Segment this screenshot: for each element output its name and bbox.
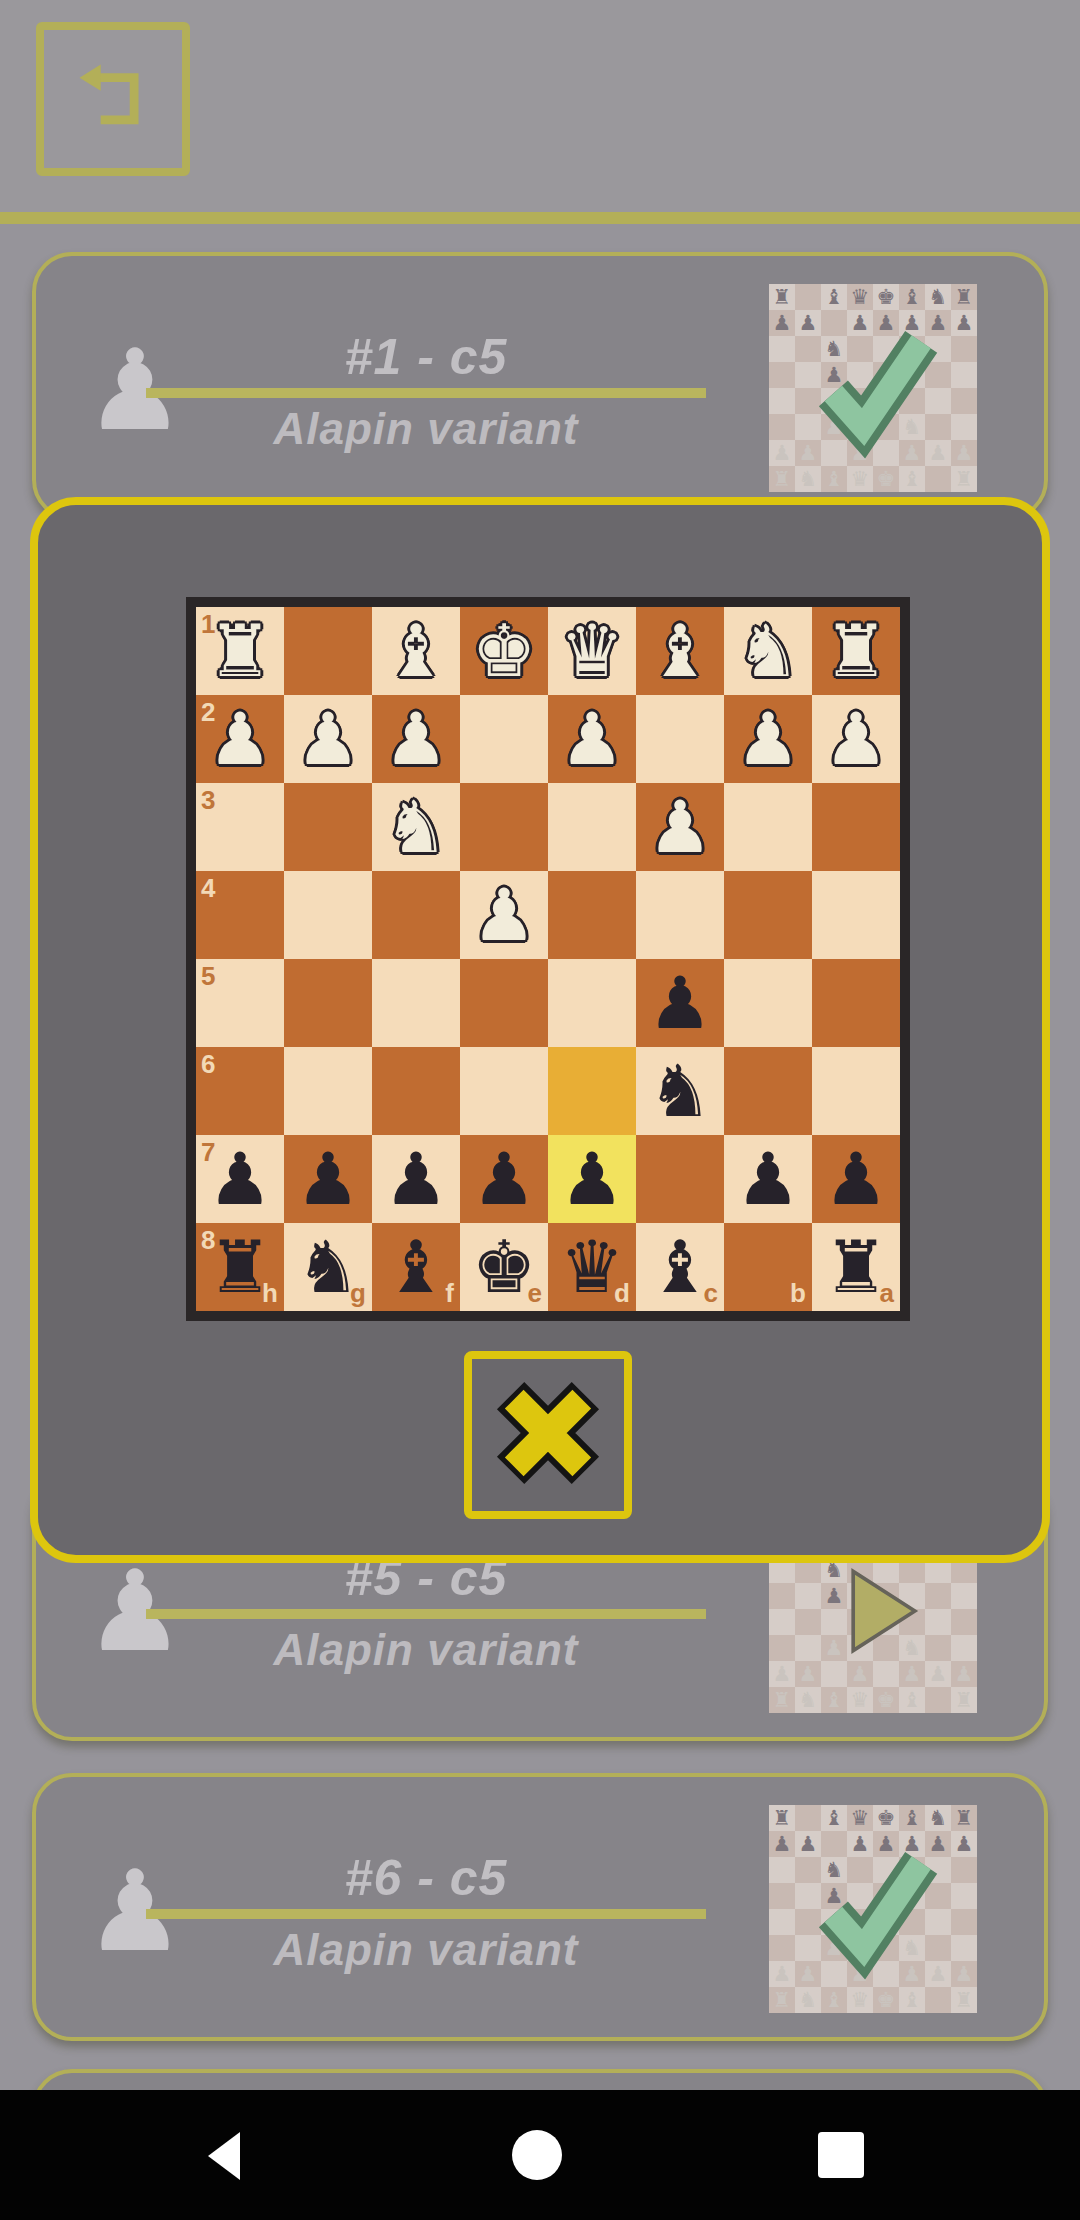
puzzle-title: #1 - c5 <box>126 328 726 386</box>
square-e2[interactable] <box>460 695 548 783</box>
square-c8[interactable]: c♝ <box>636 1223 724 1311</box>
back-button[interactable] <box>36 22 190 176</box>
square-a3[interactable] <box>812 783 900 871</box>
puzzle-subtitle: Alapin variant <box>126 1625 726 1675</box>
nav-back-icon[interactable] <box>204 2130 244 2182</box>
square-b7[interactable]: ♟ <box>724 1135 812 1223</box>
puzzle-list-item-1[interactable]: ♟ #1 - c5 Alapin variant ♜♝♛♚♝♞♜♟♟♟♟♟♟♟♞… <box>32 252 1048 520</box>
close-button[interactable] <box>464 1351 632 1519</box>
square-g7[interactable]: ♟ <box>284 1135 372 1223</box>
square-b1[interactable]: ♞ <box>724 607 812 695</box>
square-b2[interactable]: ♟ <box>724 695 812 783</box>
square-h5[interactable]: 5 <box>196 959 284 1047</box>
nav-recents-icon[interactable] <box>818 2132 864 2178</box>
square-a5[interactable] <box>812 959 900 1047</box>
title-underline <box>146 388 706 398</box>
square-h2[interactable]: 2♟ <box>196 695 284 783</box>
square-e8[interactable]: e♚ <box>460 1223 548 1311</box>
title-underline <box>146 1909 706 1919</box>
square-e5[interactable] <box>460 959 548 1047</box>
square-g5[interactable] <box>284 959 372 1047</box>
puzzle-list-item-6[interactable]: ♟ #6 - c5 Alapin variant ♜♝♛♚♝♞♜♟♟♟♟♟♟♟♞… <box>32 1773 1048 2041</box>
square-g8[interactable]: g♞ <box>284 1223 372 1311</box>
position-thumbnail: ♜♝♛♚♝♞♜♟♟♟♟♟♟♟♞♟♟♟♞♟♟♟♟♟♟♜♞♝♛♚♝♜ <box>769 284 977 492</box>
square-c2[interactable] <box>636 695 724 783</box>
square-d8[interactable]: d♛ <box>548 1223 636 1311</box>
square-a7[interactable]: ♟ <box>812 1135 900 1223</box>
square-c7[interactable] <box>636 1135 724 1223</box>
square-e6[interactable] <box>460 1047 548 1135</box>
x-cross-icon <box>487 1372 609 1498</box>
square-b5[interactable] <box>724 959 812 1047</box>
square-a8[interactable]: a♜ <box>812 1223 900 1311</box>
header-divider <box>0 212 1080 224</box>
square-c6[interactable]: ♞ <box>636 1047 724 1135</box>
square-e4[interactable]: ♟ <box>460 871 548 959</box>
square-g2[interactable]: ♟ <box>284 695 372 783</box>
square-b6[interactable] <box>724 1047 812 1135</box>
square-f1[interactable]: ♝ <box>372 607 460 695</box>
check-icon <box>805 312 947 462</box>
header-bar <box>0 0 1080 212</box>
chess-board-frame: 1♜♝♚♛♝♞♜2♟♟♟♟♟♟3♞♟4♟5♟6♞7♟♟♟♟♟♟♟8h♜g♞f♝e… <box>186 597 910 1321</box>
square-d5[interactable] <box>548 959 636 1047</box>
square-a6[interactable] <box>812 1047 900 1135</box>
square-f6[interactable] <box>372 1047 460 1135</box>
square-h1[interactable]: 1♜ <box>196 607 284 695</box>
square-c5[interactable]: ♟ <box>636 959 724 1047</box>
square-d4[interactable] <box>548 871 636 959</box>
square-b4[interactable] <box>724 871 812 959</box>
square-b3[interactable] <box>724 783 812 871</box>
square-a1[interactable]: ♜ <box>812 607 900 695</box>
square-h8[interactable]: 8h♜ <box>196 1223 284 1311</box>
square-f4[interactable] <box>372 871 460 959</box>
square-h6[interactable]: 6 <box>196 1047 284 1135</box>
play-icon <box>841 1567 927 1655</box>
square-c1[interactable]: ♝ <box>636 607 724 695</box>
nav-home-icon[interactable] <box>512 2130 562 2180</box>
square-f7[interactable]: ♟ <box>372 1135 460 1223</box>
square-g6[interactable] <box>284 1047 372 1135</box>
puzzle-result-dialog: 1♜♝♚♛♝♞♜2♟♟♟♟♟♟3♞♟4♟5♟6♞7♟♟♟♟♟♟♟8h♜g♞f♝e… <box>30 497 1050 1563</box>
square-a2[interactable]: ♟ <box>812 695 900 783</box>
return-arrow-icon <box>69 53 157 145</box>
puzzle-title: #6 - c5 <box>126 1849 726 1907</box>
square-f5[interactable] <box>372 959 460 1047</box>
square-d6[interactable] <box>548 1047 636 1135</box>
position-thumbnail: ♜♝♛♚♝♞♜♟♟♟♟♟♟♟♞♟♟♟♞♟♟♟♟♟♟♜♞♝♛♚♝♜ <box>769 1805 977 2013</box>
square-f3[interactable]: ♞ <box>372 783 460 871</box>
square-d3[interactable] <box>548 783 636 871</box>
square-e1[interactable]: ♚ <box>460 607 548 695</box>
square-d2[interactable]: ♟ <box>548 695 636 783</box>
square-f8[interactable]: f♝ <box>372 1223 460 1311</box>
square-d7[interactable]: ♟ <box>548 1135 636 1223</box>
square-h4[interactable]: 4 <box>196 871 284 959</box>
square-e7[interactable]: ♟ <box>460 1135 548 1223</box>
square-a4[interactable] <box>812 871 900 959</box>
square-f2[interactable]: ♟ <box>372 695 460 783</box>
square-b8[interactable]: b <box>724 1223 812 1311</box>
square-g3[interactable] <box>284 783 372 871</box>
title-underline <box>146 1609 706 1619</box>
chess-board[interactable]: 1♜♝♚♛♝♞♜2♟♟♟♟♟♟3♞♟4♟5♟6♞7♟♟♟♟♟♟♟8h♜g♞f♝e… <box>196 607 900 1311</box>
square-g1[interactable] <box>284 607 372 695</box>
android-nav-bar <box>0 2090 1080 2220</box>
square-c3[interactable]: ♟ <box>636 783 724 871</box>
app-screen: ♟ #1 - c5 Alapin variant ♜♝♛♚♝♞♜♟♟♟♟♟♟♟♞… <box>0 0 1080 2220</box>
square-g4[interactable] <box>284 871 372 959</box>
puzzle-subtitle: Alapin variant <box>126 1925 726 1975</box>
square-e3[interactable] <box>460 783 548 871</box>
square-c4[interactable] <box>636 871 724 959</box>
square-d1[interactable]: ♛ <box>548 607 636 695</box>
square-h3[interactable]: 3 <box>196 783 284 871</box>
check-icon <box>805 1833 947 1983</box>
square-h7[interactable]: 7♟ <box>196 1135 284 1223</box>
puzzle-subtitle: Alapin variant <box>126 404 726 454</box>
